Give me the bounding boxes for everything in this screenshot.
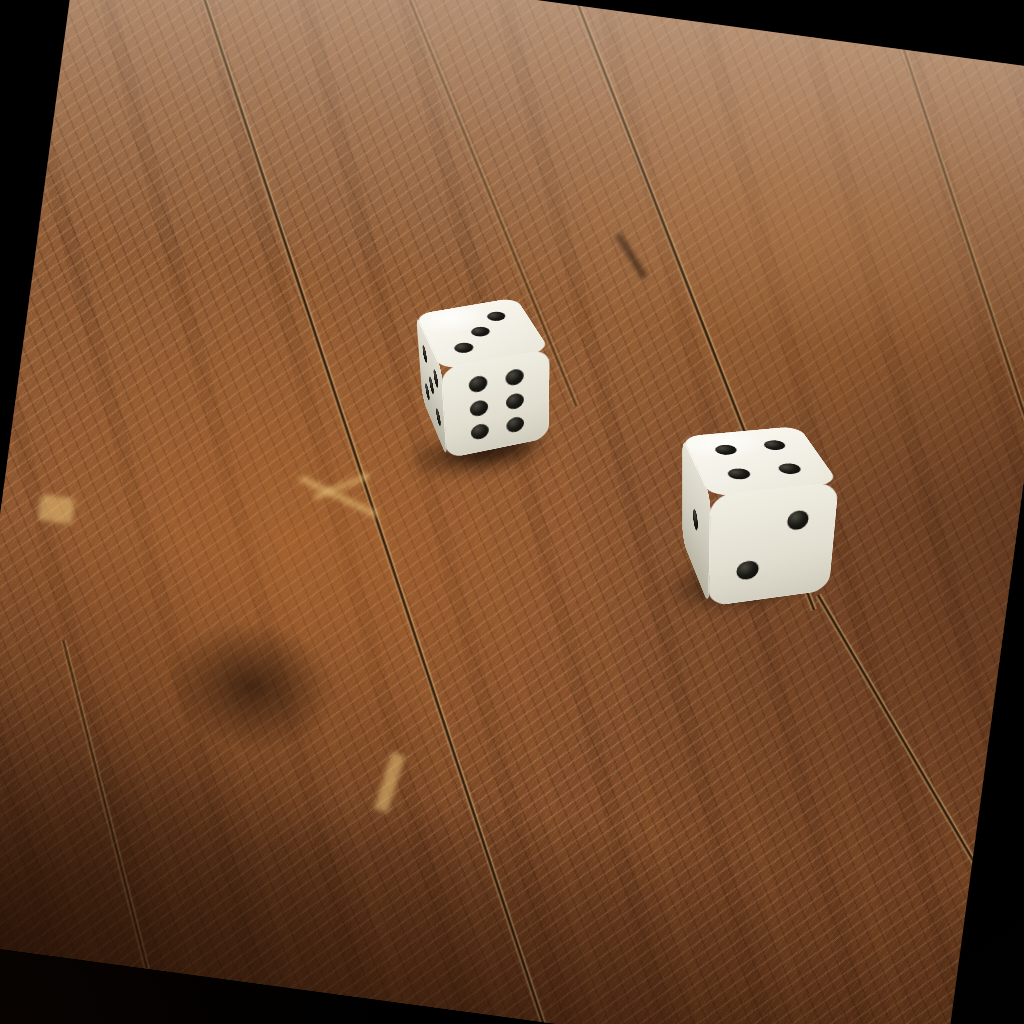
pip (505, 368, 523, 387)
die-2-front-face (708, 482, 839, 607)
pip (786, 510, 809, 532)
pip (506, 415, 524, 433)
die-2 (691, 449, 818, 576)
distance-haze (0, 0, 1024, 1024)
pip (422, 341, 427, 366)
pip (737, 560, 759, 581)
pip (693, 505, 698, 534)
pip (436, 405, 441, 430)
die-1 (428, 322, 536, 430)
pip (433, 366, 439, 392)
pip (468, 375, 487, 394)
pip (506, 392, 524, 411)
table-surface (0, 0, 1024, 1024)
pip (471, 422, 489, 440)
die-2-cube (695, 453, 817, 571)
pip (470, 399, 489, 418)
die-1-cube (428, 323, 531, 428)
scene (0, 0, 1024, 1024)
